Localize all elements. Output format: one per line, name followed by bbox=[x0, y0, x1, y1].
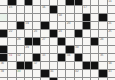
cell-0-2[interactable] bbox=[17, 0, 24, 5]
black-cell-8-11 bbox=[91, 62, 98, 69]
cell-6-13[interactable] bbox=[108, 46, 115, 53]
cell-9-13[interactable]: 43 bbox=[108, 70, 115, 77]
cell-1-9[interactable] bbox=[75, 6, 82, 13]
black-cell-8-3 bbox=[25, 62, 32, 69]
crossword-grid: 1415161718192021222324252627282930313233… bbox=[0, 0, 115, 80]
cell-7-10[interactable] bbox=[83, 54, 90, 61]
crossword-screenshot: 1415161718192021222324252627282930313233… bbox=[0, 0, 115, 80]
cell-0-12[interactable] bbox=[99, 0, 106, 5]
clue-number: 18 bbox=[58, 14, 61, 17]
clue-number: 26 bbox=[17, 38, 20, 41]
cell-4-11[interactable] bbox=[91, 30, 98, 37]
cell-5-1[interactable] bbox=[8, 38, 15, 45]
black-cell-6-0 bbox=[0, 46, 7, 53]
cell-2-5[interactable] bbox=[41, 14, 48, 21]
cell-5-10[interactable] bbox=[83, 38, 90, 45]
black-cell-9-5 bbox=[41, 70, 48, 77]
cell-9-1[interactable] bbox=[8, 70, 15, 77]
cell-10-5[interactable] bbox=[41, 78, 48, 80]
cell-4-13[interactable]: 25 bbox=[108, 30, 115, 37]
clue-number: 38 bbox=[108, 62, 111, 65]
cell-8-6[interactable] bbox=[50, 62, 57, 69]
cell-8-5[interactable] bbox=[41, 62, 48, 69]
cell-10-12[interactable] bbox=[99, 78, 106, 80]
cell-5-9[interactable] bbox=[75, 38, 82, 45]
cell-4-4[interactable]: 23 bbox=[33, 30, 40, 37]
clue-number: 23 bbox=[34, 30, 37, 33]
cell-10-8[interactable] bbox=[66, 78, 73, 80]
black-cell-7-7 bbox=[58, 54, 65, 61]
black-cell-0-3 bbox=[25, 0, 32, 5]
cell-6-5[interactable] bbox=[41, 46, 48, 53]
cell-10-13[interactable] bbox=[108, 78, 115, 80]
cell-4-1[interactable]: 22 bbox=[8, 30, 15, 37]
cell-3-13[interactable]: 21 bbox=[108, 22, 115, 29]
black-cell-3-2 bbox=[17, 22, 24, 29]
cell-1-5[interactable]: 16 bbox=[41, 6, 48, 13]
cell-1-11[interactable] bbox=[91, 6, 98, 13]
clue-number: 39 bbox=[1, 70, 4, 73]
clue-number: 43 bbox=[108, 70, 111, 73]
black-cell-5-7 bbox=[58, 38, 65, 45]
cell-7-6[interactable] bbox=[50, 54, 57, 61]
cell-5-12[interactable]: 28 bbox=[99, 38, 106, 45]
clue-number: 33 bbox=[42, 54, 45, 57]
clue-number: 28 bbox=[100, 38, 103, 41]
clue-number: 25 bbox=[108, 30, 111, 33]
cell-1-12[interactable] bbox=[99, 6, 106, 13]
cell-2-3[interactable] bbox=[25, 14, 32, 21]
cell-2-8[interactable] bbox=[66, 14, 73, 21]
cell-9-7[interactable] bbox=[58, 70, 65, 77]
cell-7-11[interactable] bbox=[91, 54, 98, 61]
cell-4-2[interactable] bbox=[17, 30, 24, 37]
cell-2-9[interactable] bbox=[75, 14, 82, 21]
black-cell-1-6 bbox=[50, 6, 57, 13]
black-cell-2-12 bbox=[99, 14, 106, 21]
clue-number: 14 bbox=[108, 0, 111, 3]
black-cell-7-0 bbox=[0, 54, 7, 61]
cell-3-11[interactable] bbox=[91, 22, 98, 29]
cell-6-1[interactable] bbox=[8, 46, 15, 53]
cell-6-10[interactable] bbox=[83, 46, 90, 53]
clue-number: 31 bbox=[9, 54, 12, 57]
cell-0-11[interactable] bbox=[91, 0, 98, 5]
cell-8-1[interactable] bbox=[8, 62, 15, 69]
cell-2-4[interactable] bbox=[33, 14, 40, 21]
cell-1-4[interactable] bbox=[33, 6, 40, 13]
cell-7-13[interactable] bbox=[108, 54, 115, 61]
black-cell-3-10 bbox=[83, 22, 90, 29]
clue-number: 36 bbox=[1, 62, 4, 65]
cell-2-0[interactable] bbox=[0, 14, 7, 21]
cell-9-2[interactable]: 40 bbox=[17, 70, 24, 77]
cell-1-3[interactable] bbox=[25, 6, 32, 13]
cell-9-6[interactable]: 41 bbox=[50, 70, 57, 77]
clue-number: 40 bbox=[17, 70, 20, 73]
cell-5-5[interactable]: 27 bbox=[41, 38, 48, 45]
cell-4-7[interactable]: 24 bbox=[58, 30, 65, 37]
cell-6-6[interactable] bbox=[50, 46, 57, 53]
cell-0-0[interactable] bbox=[0, 0, 7, 5]
cell-7-3[interactable] bbox=[25, 54, 32, 61]
clue-number: 15 bbox=[9, 6, 12, 9]
cell-5-13[interactable] bbox=[108, 38, 115, 45]
clue-number: 35 bbox=[100, 54, 103, 57]
cell-2-6[interactable] bbox=[50, 14, 57, 21]
black-cell-5-4 bbox=[33, 38, 40, 45]
cell-1-1[interactable]: 15 bbox=[8, 6, 15, 13]
cell-3-4[interactable] bbox=[33, 22, 40, 29]
cell-3-3[interactable]: 19 bbox=[25, 22, 32, 29]
cell-8-8[interactable] bbox=[66, 62, 73, 69]
cell-8-12[interactable] bbox=[99, 62, 106, 69]
clue-number: 32 bbox=[17, 54, 20, 57]
cell-5-2[interactable]: 26 bbox=[17, 38, 24, 45]
cell-9-10[interactable] bbox=[83, 70, 90, 77]
clue-number: 21 bbox=[108, 22, 111, 25]
cell-1-8[interactable] bbox=[66, 6, 73, 13]
cell-9-11[interactable] bbox=[91, 70, 98, 77]
cell-0-13[interactable]: 14 bbox=[108, 0, 115, 5]
cell-1-2[interactable] bbox=[17, 6, 24, 13]
cell-7-8[interactable]: 34 bbox=[66, 54, 73, 61]
cell-7-1[interactable]: 31 bbox=[8, 54, 15, 61]
cell-3-7[interactable] bbox=[58, 22, 65, 29]
black-cell-3-5 bbox=[41, 22, 48, 29]
clue-number: 27 bbox=[42, 38, 45, 41]
cell-9-0[interactable]: 39 bbox=[0, 70, 7, 77]
cell-3-12[interactable] bbox=[99, 22, 106, 29]
cell-1-0[interactable] bbox=[0, 6, 7, 13]
cell-6-7[interactable] bbox=[58, 46, 65, 53]
cell-6-2[interactable] bbox=[17, 46, 24, 53]
cell-6-9[interactable]: 30 bbox=[75, 46, 82, 53]
clue-number: 41 bbox=[50, 70, 53, 73]
cell-1-13[interactable] bbox=[108, 6, 115, 13]
black-cell-9-12 bbox=[99, 70, 106, 77]
black-cell-5-3 bbox=[25, 38, 32, 45]
cell-3-0[interactable] bbox=[0, 22, 7, 29]
clue-number: 19 bbox=[25, 22, 28, 25]
cell-8-9[interactable] bbox=[75, 62, 82, 69]
cell-10-0[interactable] bbox=[0, 78, 7, 80]
black-cell-2-10 bbox=[83, 14, 90, 21]
cell-10-3[interactable] bbox=[25, 78, 32, 80]
cell-1-7[interactable] bbox=[58, 6, 65, 13]
cell-10-10[interactable] bbox=[83, 78, 90, 80]
clue-number: 20 bbox=[67, 22, 70, 25]
cell-6-4[interactable] bbox=[33, 46, 40, 53]
cell-2-7[interactable]: 18 bbox=[58, 14, 65, 21]
cell-5-8[interactable] bbox=[66, 38, 73, 45]
cell-4-3[interactable] bbox=[25, 30, 32, 37]
cell-9-4[interactable] bbox=[33, 70, 40, 77]
cell-10-11[interactable] bbox=[91, 78, 98, 80]
clue-number: 29 bbox=[25, 46, 28, 49]
black-cell-0-8 bbox=[66, 0, 73, 5]
cell-8-7[interactable] bbox=[58, 62, 65, 69]
clue-number: 22 bbox=[9, 30, 12, 33]
cell-3-6[interactable] bbox=[50, 22, 57, 29]
black-cell-7-4 bbox=[33, 54, 40, 61]
black-cell-4-9 bbox=[75, 30, 82, 37]
cell-9-3[interactable] bbox=[25, 70, 32, 77]
clue-number: 16 bbox=[42, 6, 45, 9]
clue-number: 17 bbox=[83, 6, 86, 9]
cell-2-11[interactable] bbox=[91, 14, 98, 21]
cell-9-8[interactable] bbox=[66, 70, 73, 77]
clue-number: 34 bbox=[67, 54, 70, 57]
cell-2-2[interactable] bbox=[17, 14, 24, 21]
cell-5-0[interactable] bbox=[0, 38, 7, 45]
cell-4-10[interactable] bbox=[83, 30, 90, 37]
cell-0-6[interactable] bbox=[50, 0, 57, 5]
clue-number: 30 bbox=[75, 46, 78, 49]
black-cell-5-11 bbox=[91, 38, 98, 45]
cell-10-4[interactable] bbox=[33, 78, 40, 80]
cell-8-13[interactable]: 38 bbox=[108, 62, 115, 69]
cell-4-12[interactable] bbox=[99, 30, 106, 37]
cell-3-1[interactable] bbox=[8, 22, 15, 29]
cell-6-12[interactable] bbox=[99, 46, 106, 53]
cell-8-4[interactable]: 37 bbox=[33, 62, 40, 69]
cell-4-8[interactable] bbox=[66, 30, 73, 37]
cell-3-8[interactable]: 20 bbox=[66, 22, 73, 29]
cell-10-2[interactable] bbox=[17, 78, 24, 80]
cell-6-11[interactable] bbox=[91, 46, 98, 53]
cell-10-9[interactable] bbox=[75, 78, 82, 80]
clue-number: 42 bbox=[75, 70, 78, 73]
cell-6-3[interactable]: 29 bbox=[25, 46, 32, 53]
cell-0-4[interactable] bbox=[33, 0, 40, 5]
cell-5-6[interactable] bbox=[50, 38, 57, 45]
clue-number: 37 bbox=[34, 62, 37, 65]
black-cell-7-9 bbox=[75, 54, 82, 61]
black-cell-4-0 bbox=[0, 30, 7, 37]
cell-7-12[interactable]: 35 bbox=[99, 54, 106, 61]
cell-10-1[interactable] bbox=[8, 78, 15, 80]
cell-0-7[interactable] bbox=[58, 0, 65, 5]
black-cell-10-6 bbox=[50, 78, 57, 80]
black-cell-8-10 bbox=[83, 62, 90, 69]
black-cell-6-8 bbox=[66, 46, 73, 53]
cell-2-13[interactable] bbox=[108, 14, 115, 21]
cell-9-9[interactable]: 42 bbox=[75, 70, 82, 77]
cell-3-9[interactable] bbox=[75, 22, 82, 29]
cell-10-7[interactable] bbox=[58, 78, 65, 80]
cell-7-5[interactable]: 33 bbox=[41, 54, 48, 61]
cell-1-10[interactable]: 17 bbox=[83, 6, 90, 13]
cell-4-5[interactable] bbox=[41, 30, 48, 37]
clue-number: 24 bbox=[58, 30, 61, 33]
black-cell-4-6 bbox=[50, 30, 57, 37]
black-cell-8-2 bbox=[17, 62, 24, 69]
cell-8-0[interactable]: 36 bbox=[0, 62, 7, 69]
cell-7-2[interactable]: 32 bbox=[17, 54, 24, 61]
black-cell-0-9 bbox=[75, 0, 82, 5]
cell-2-1[interactable] bbox=[8, 14, 15, 21]
